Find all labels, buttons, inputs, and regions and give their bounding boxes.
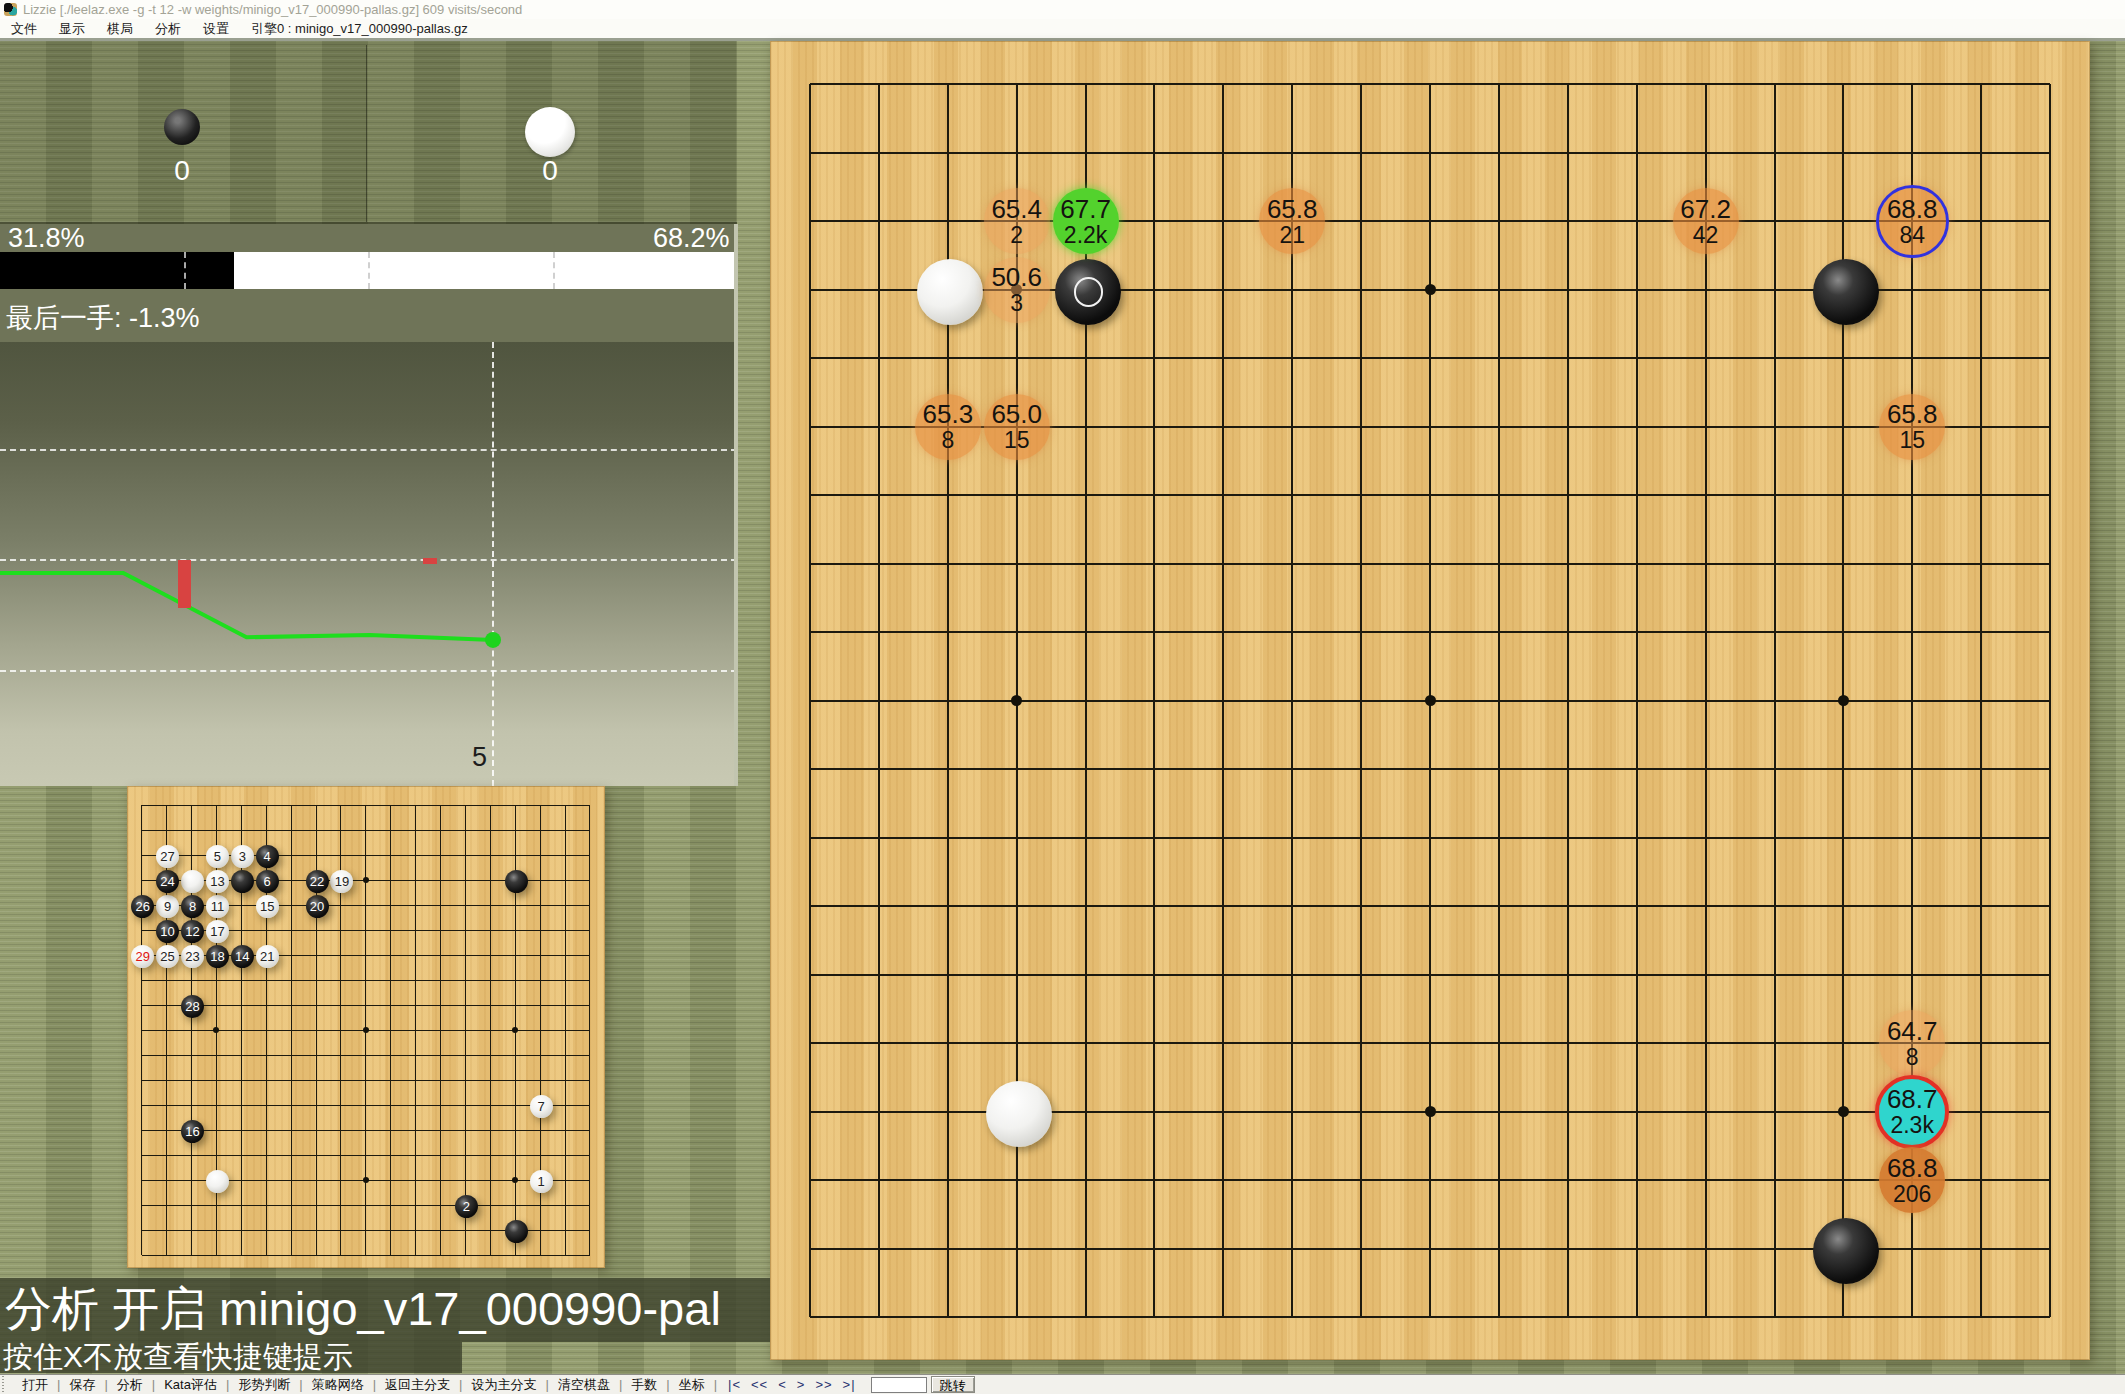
black-stone-O3: 2 [455,1195,478,1218]
move-number: 29 [135,950,149,963]
grid-vline [1705,84,1707,1317]
toolbar-button-10[interactable]: 坐标 [670,1376,714,1394]
white-capture-stone [525,107,575,157]
menu-item-0[interactable]: 文件 [0,20,48,38]
grid-hline [810,1316,2050,1318]
move-winrate: 65.8 [1887,401,1938,428]
move-winrate: 65.3 [922,401,973,428]
black-stone-Q2 [1813,1218,1879,1284]
grid-hline [810,768,2050,770]
move-visits: 2 [1010,223,1023,247]
white-stone-B13: 25 [156,945,179,968]
move-number: 27 [160,850,174,863]
move-number: 12 [185,925,199,938]
move-number: 10 [160,925,174,938]
white-stone-F15: 15 [256,895,279,918]
toolbar-button-8[interactable]: 清空棋盘 [549,1376,619,1394]
analysis-move-D14[interactable]: 65.015 [984,394,1050,460]
move-winrate: 68.7 [1887,1086,1938,1113]
black-stone-Q16 [1813,259,1879,325]
move-number: 3 [239,850,246,863]
grid-vline [1567,84,1569,1317]
jump-button[interactable]: 跳转 [931,1376,975,1393]
black-stone-C6: 16 [181,1120,204,1143]
grid-vline [490,805,491,1255]
menu-item-2[interactable]: 棋局 [96,20,144,38]
move-visits: 3 [1010,291,1023,315]
grid-vline [1774,84,1776,1317]
black-stone-Q16 [505,870,528,893]
app-icon [4,3,17,16]
black-stone-A15: 26 [131,895,154,918]
grid-vline [440,805,441,1255]
move-visits: 21 [1279,223,1305,247]
hoshi-point [1838,1106,1849,1117]
grid-vline [589,805,590,1255]
analysis-move-D17[interactable]: 65.42 [984,188,1050,254]
black-stone-E13: 14 [231,945,254,968]
winrate-band [0,224,737,252]
hoshi-point [1838,695,1849,706]
move-number: 23 [185,950,199,963]
hoshi-point [512,1177,518,1183]
graph-move-number: 5 [472,742,487,773]
hoshi-point [213,1027,219,1033]
move-number: 4 [264,850,271,863]
move-winrate: 67.2 [1680,196,1731,223]
move-winrate: 65.0 [991,401,1042,428]
grid-hline [810,974,2050,976]
grid-vline [1980,84,1982,1317]
black-stone-F16: 6 [256,870,279,893]
lastmove-delta-label: 最后一手: -1.3% [6,300,200,336]
analysis-move-E17[interactable]: 67.72.2k [1053,188,1119,254]
grid-vline [565,805,566,1255]
grid-hline [142,1105,590,1106]
analysis-move-O17[interactable]: 67.242 [1673,188,1739,254]
nav-button-last[interactable]: >| [838,1377,861,1392]
hoshi-point [1425,1106,1436,1117]
move-visits: 8 [941,428,954,452]
nav-button-next10[interactable]: >> [810,1377,837,1392]
move-number: 11 [211,900,225,913]
move-visits: 42 [1693,223,1719,247]
move-number: 9 [164,900,171,913]
last-move-marker [1074,277,1103,306]
grid-hline [142,1205,590,1206]
hoshi-point [512,1027,518,1033]
captures-panel [0,41,737,224]
move-winrate: 50.6 [991,264,1042,291]
white-winrate-label: 68.2% [653,224,730,252]
winrate-bar-gridline-50 [368,252,370,289]
grid-vline [2049,84,2051,1317]
bottom-toolbar: 打开|保存|分析|Kata评估|形势判断|策略网络|返回主分支|设为主分支|清空… [0,1374,2125,1394]
grid-hline [810,905,2050,907]
toolbar-grip[interactable] [0,1376,7,1394]
white-stone-R7: 7 [530,1095,553,1118]
window-title: Lizzie [./leelaz.exe -g -t 12 -w weights… [23,2,522,17]
grid-vline [1636,84,1638,1317]
analysis-move-C14[interactable]: 65.38 [915,394,981,460]
grid-hline [142,1080,590,1081]
grid-hline [142,1255,590,1256]
black-stone-C15: 8 [181,895,204,918]
toolbar-button-4[interactable]: 形势判断 [229,1376,299,1394]
grid-hline [142,1130,590,1131]
white-stone-C16 [917,259,983,325]
analysis-move-R14[interactable]: 65.815 [1879,394,1945,460]
jump-move-input[interactable] [871,1377,927,1393]
move-number: 16 [185,1125,199,1138]
move-visits: 15 [1004,428,1030,452]
grid-hline [810,837,2050,839]
move-number: 5 [214,850,221,863]
move-winrate: 65.8 [1267,196,1318,223]
move-winrate: 64.7 [1887,1018,1938,1045]
move-number: 20 [310,900,324,913]
toolbar-button-7[interactable]: 设为主分支 [462,1376,545,1394]
white-stone-D4 [206,1170,229,1193]
black-stone-Q2 [505,1220,528,1243]
white-stone-D14: 17 [206,920,229,943]
grid-vline [1498,84,1500,1317]
black-stone-H15: 20 [306,895,329,918]
move-number: 17 [210,925,224,938]
analysis-move-R17[interactable]: 68.884 [1876,185,1949,258]
move-number: 24 [160,875,174,888]
menu-item-5[interactable]: 引擎0 : minigo_v17_000990-pallas.gz [240,20,479,38]
winrate-graph[interactable]: 5 [0,342,737,786]
black-stone-C14: 12 [181,920,204,943]
toolbar-separator: | [714,1377,717,1392]
toolbar-button-2[interactable]: 分析 [108,1376,152,1394]
move-number: 22 [310,875,324,888]
black-stone-E16 [1055,259,1121,325]
engine-status-text: 分析 开启 minigo_v17_000990-pal [0,1278,770,1342]
white-stone-D17: 5 [206,845,229,868]
toolbar-button-5[interactable]: 策略网络 [303,1376,373,1394]
toolbar-button-9[interactable]: 手数 [622,1376,666,1394]
grid-vline [465,805,466,1255]
move-number: 13 [210,875,224,888]
grid-vline [415,805,416,1255]
hoshi-point [1011,695,1022,706]
menu-item-4[interactable]: 设置 [192,20,240,38]
move-number: 26 [135,900,149,913]
move-visits: 2.2k [1064,223,1107,247]
white-stone-B17: 27 [156,845,179,868]
move-number: 7 [537,1100,544,1113]
move-number: 1 [537,1175,544,1188]
panel-edge [734,224,738,786]
hoshi-point [1425,284,1436,295]
black-stone-B16: 24 [156,870,179,893]
white-stone-F13: 21 [256,945,279,968]
nav-button-next[interactable]: > [792,1377,811,1392]
black-capture-stone [164,109,200,145]
move-winrate: 65.4 [991,196,1042,223]
white-stone-D4 [986,1081,1052,1147]
black-stone-D13: 18 [206,945,229,968]
move-number: 19 [335,875,349,888]
move-number: 6 [264,875,271,888]
toolbar-button-1[interactable]: 保存 [60,1376,104,1394]
move-number: 25 [160,950,174,963]
analysis-move-R3[interactable]: 68.8206 [1879,1147,1945,1213]
move-visits: 8 [1906,1045,1919,1069]
menu-item-3[interactable]: 分析 [144,20,192,38]
menu-item-1[interactable]: 显示 [48,20,96,38]
move-number: 8 [189,900,196,913]
analysis-move-D16[interactable]: 50.63 [984,257,1050,323]
move-number: 14 [235,950,249,963]
white-stone-B15: 9 [156,895,179,918]
white-stone-D16: 13 [206,870,229,893]
black-stone-B14: 10 [156,920,179,943]
move-winrate: 67.7 [1060,196,1111,223]
white-stone-J16: 19 [330,870,353,893]
winrate-bar-gridline-25 [184,252,186,289]
move-number: 28 [185,1000,199,1013]
black-stone-C11: 28 [181,995,204,1018]
winrate-curve [0,342,737,786]
white-stone-E17: 3 [231,845,254,868]
black-stone-F17: 4 [256,845,279,868]
black-stone-E16 [231,870,254,893]
toolbar-button-6[interactable]: 返回主分支 [376,1376,459,1394]
lizzie-window: Lizzie [./leelaz.exe -g -t 12 -w weights… [0,0,2125,1394]
black-stone-H16: 22 [306,870,329,893]
move-winrate: 68.8 [1887,196,1938,223]
white-stone-A13: 29 [131,945,154,968]
move-visits: 84 [1899,223,1925,247]
move-number: 18 [210,950,224,963]
move-visits: 15 [1899,428,1925,452]
captures-divider [366,45,367,222]
variation-sub-board: 1234567891011121314151617181920212223242… [127,786,605,1268]
winrate-bar-black [0,252,234,289]
toolbar-button-3[interactable]: Kata评估 [155,1376,226,1394]
grid-hline [142,1155,590,1156]
toolbar-button-0[interactable]: 打开 [13,1376,57,1394]
menubar: 文件显示棋局分析设置引擎0 : minigo_v17_000990-pallas… [0,19,2125,38]
nav-button-prev[interactable]: < [773,1377,792,1392]
winrate-bar-gridline-75 [553,252,555,289]
nav-button-prev10[interactable]: << [746,1377,773,1392]
grid-hline [810,1179,2050,1181]
hoshi-point [363,1027,369,1033]
white-stone-R4: 1 [530,1170,553,1193]
grid-hline [810,1042,2050,1044]
analysis-move-H17[interactable]: 65.821 [1259,188,1325,254]
nav-button-first[interactable]: |< [723,1377,746,1392]
white-capture-count: 0 [520,155,580,187]
move-number: 15 [260,900,274,913]
white-stone-C16 [181,870,204,893]
white-stone-C13: 23 [181,945,204,968]
analysis-move-R4[interactable]: 68.72.3k [1875,1075,1949,1149]
white-stone-D15: 11 [206,895,229,918]
analysis-move-R5[interactable]: 64.78 [1879,1010,1945,1076]
hoshi-point [363,1177,369,1183]
titlebar[interactable]: Lizzie [./leelaz.exe -g -t 12 -w weights… [0,0,2125,19]
move-number: 2 [463,1200,470,1213]
black-winrate-label: 31.8% [8,224,85,252]
move-winrate: 68.8 [1887,1155,1938,1182]
hotkey-hint-text: 按住X不放查看快捷键提示 [0,1342,462,1373]
main-go-board[interactable]: 65.4267.72.2k65.82167.24268.88450.6365.3… [770,41,2090,1360]
grid-hline [142,1055,590,1056]
black-capture-count: 0 [152,155,212,187]
hoshi-point [1425,695,1436,706]
move-visits: 2.3k [1890,1113,1933,1137]
move-visits: 206 [1893,1182,1931,1206]
move-number: 21 [260,950,274,963]
grid-vline [390,805,391,1255]
hoshi-point [363,877,369,883]
